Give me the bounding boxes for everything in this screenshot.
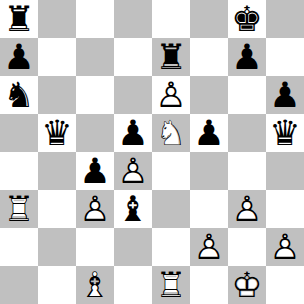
square-e3[interactable] — [152, 190, 190, 228]
square-g6[interactable] — [228, 76, 266, 114]
square-g1[interactable]: ♚♔ — [228, 266, 266, 304]
square-h7[interactable] — [266, 38, 304, 76]
square-f3[interactable] — [190, 190, 228, 228]
square-h6[interactable]: ♟ — [266, 76, 304, 114]
square-e7[interactable]: ♜ — [152, 38, 190, 76]
square-f7[interactable] — [190, 38, 228, 76]
black-rook-icon: ♜ — [152, 38, 190, 76]
black-pawn-icon: ♟ — [114, 114, 152, 152]
square-b3[interactable] — [38, 190, 76, 228]
white-rook-icon: ♜♖ — [0, 190, 38, 228]
square-b2[interactable] — [38, 228, 76, 266]
black-pawn-icon: ♟ — [0, 38, 38, 76]
black-pawn-icon: ♟ — [76, 152, 114, 190]
square-f2[interactable]: ♟♙ — [190, 228, 228, 266]
square-h3[interactable] — [266, 190, 304, 228]
square-a8[interactable]: ♜ — [0, 0, 38, 38]
square-a6[interactable]: ♞ — [0, 76, 38, 114]
white-pawn-icon: ♟♙ — [228, 190, 266, 228]
square-f6[interactable] — [190, 76, 228, 114]
square-a1[interactable] — [0, 266, 38, 304]
square-d8[interactable] — [114, 0, 152, 38]
square-h8[interactable] — [266, 0, 304, 38]
square-h2[interactable]: ♟♙ — [266, 228, 304, 266]
black-knight-icon: ♞ — [0, 76, 38, 114]
square-c5[interactable] — [76, 114, 114, 152]
square-f1[interactable] — [190, 266, 228, 304]
white-pawn-icon: ♟♙ — [266, 228, 304, 266]
square-c4[interactable]: ♟ — [76, 152, 114, 190]
square-d3[interactable]: ♝ — [114, 190, 152, 228]
square-c2[interactable] — [76, 228, 114, 266]
square-b8[interactable] — [38, 0, 76, 38]
square-h4[interactable] — [266, 152, 304, 190]
square-f4[interactable] — [190, 152, 228, 190]
square-c8[interactable] — [76, 0, 114, 38]
square-d4[interactable]: ♟♙ — [114, 152, 152, 190]
white-pawn-icon: ♟♙ — [76, 190, 114, 228]
white-pawn-icon: ♟♙ — [114, 152, 152, 190]
white-bishop-icon: ♝♗ — [76, 266, 114, 304]
square-b4[interactable] — [38, 152, 76, 190]
square-g7[interactable]: ♟ — [228, 38, 266, 76]
square-e2[interactable] — [152, 228, 190, 266]
square-e4[interactable] — [152, 152, 190, 190]
square-c1[interactable]: ♝♗ — [76, 266, 114, 304]
square-c7[interactable] — [76, 38, 114, 76]
square-d7[interactable] — [114, 38, 152, 76]
black-bishop-icon: ♝ — [114, 190, 152, 228]
black-queen-icon: ♛ — [38, 114, 76, 152]
black-pawn-icon: ♟ — [228, 38, 266, 76]
black-pawn-icon: ♟ — [190, 114, 228, 152]
square-f5[interactable]: ♟ — [190, 114, 228, 152]
square-b5[interactable]: ♛ — [38, 114, 76, 152]
square-g2[interactable] — [228, 228, 266, 266]
square-e5[interactable]: ♞♘ — [152, 114, 190, 152]
square-d1[interactable] — [114, 266, 152, 304]
chess-board: ♜♚♟♜♟♞♟♙♟♛♟♞♘♟♛♟♟♙♜♖♟♙♝♟♙♟♙♟♙♝♗♜♖♚♔ — [0, 0, 304, 304]
square-h5[interactable]: ♛ — [266, 114, 304, 152]
square-f8[interactable] — [190, 0, 228, 38]
black-pawn-icon: ♟ — [266, 76, 304, 114]
square-e1[interactable]: ♜♖ — [152, 266, 190, 304]
square-e8[interactable] — [152, 0, 190, 38]
square-h1[interactable] — [266, 266, 304, 304]
white-king-icon: ♚♔ — [228, 266, 266, 304]
white-pawn-icon: ♟♙ — [190, 228, 228, 266]
white-rook-icon: ♜♖ — [152, 266, 190, 304]
square-b7[interactable] — [38, 38, 76, 76]
black-rook-icon: ♜ — [0, 0, 38, 38]
black-queen-icon: ♛ — [266, 114, 304, 152]
white-knight-icon: ♞♘ — [152, 114, 190, 152]
square-g3[interactable]: ♟♙ — [228, 190, 266, 228]
black-king-icon: ♚ — [228, 0, 266, 38]
square-a4[interactable] — [0, 152, 38, 190]
square-a5[interactable] — [0, 114, 38, 152]
square-d6[interactable] — [114, 76, 152, 114]
square-a3[interactable]: ♜♖ — [0, 190, 38, 228]
square-a2[interactable] — [0, 228, 38, 266]
square-b6[interactable] — [38, 76, 76, 114]
square-c6[interactable] — [76, 76, 114, 114]
square-d2[interactable] — [114, 228, 152, 266]
square-a7[interactable]: ♟ — [0, 38, 38, 76]
square-d5[interactable]: ♟ — [114, 114, 152, 152]
square-b1[interactable] — [38, 266, 76, 304]
square-g4[interactable] — [228, 152, 266, 190]
square-e6[interactable]: ♟♙ — [152, 76, 190, 114]
square-g8[interactable]: ♚ — [228, 0, 266, 38]
square-g5[interactable] — [228, 114, 266, 152]
white-pawn-icon: ♟♙ — [152, 76, 190, 114]
square-c3[interactable]: ♟♙ — [76, 190, 114, 228]
